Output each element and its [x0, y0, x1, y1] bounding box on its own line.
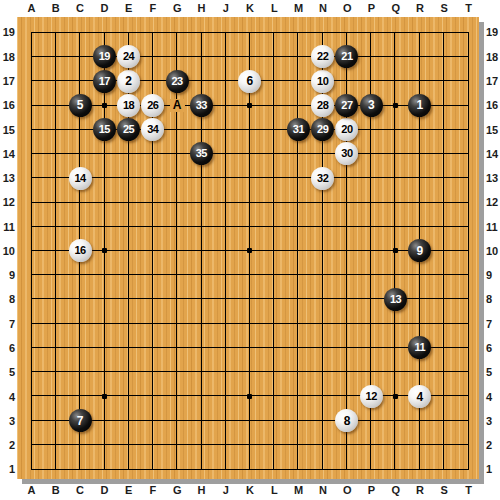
coord-label-top-C: C [68, 0, 92, 17]
coord-label-top-G: G [165, 0, 189, 17]
stone-move-number: 1 [416, 99, 423, 111]
coord-label-left-14: 14 [0, 142, 15, 166]
star-point-icon [102, 103, 107, 108]
star-point-D10 [92, 239, 116, 263]
coord-label-right-6: 6 [486, 336, 500, 360]
stone-move-number: 4 [416, 391, 423, 403]
intersection-N18: 22 [311, 45, 335, 69]
intersection-O16: 27 [335, 93, 359, 117]
stone-black-25: 25 [117, 118, 140, 141]
stone-move-number: 9 [416, 245, 423, 257]
intersection-K17: 6 [238, 69, 262, 93]
coord-label-top-N: N [311, 0, 335, 17]
intersection-F16: 26 [141, 93, 165, 117]
stone-move-number: 35 [196, 148, 207, 159]
coord-label-bottom-J: J [214, 482, 238, 499]
stone-white-20: 20 [335, 118, 358, 141]
star-point-D4 [92, 384, 116, 408]
coord-label-left-13: 13 [0, 166, 15, 190]
stone-white-30: 30 [335, 142, 358, 165]
stone-move-number: 21 [341, 51, 352, 62]
coord-label-left-6: 6 [0, 336, 15, 360]
coord-label-right-10: 10 [486, 239, 500, 263]
intersection-P4: 12 [359, 384, 383, 408]
intersection-N16: 28 [311, 93, 335, 117]
stone-move-number: 28 [317, 100, 328, 111]
stone-white-14: 14 [69, 167, 92, 190]
coord-label-right-16: 16 [486, 93, 500, 117]
intersection-P16: 3 [359, 93, 383, 117]
stone-white-6: 6 [238, 70, 261, 93]
stone-move-number: 3 [368, 99, 375, 111]
coord-label-top-T: T [456, 0, 480, 17]
stone-white-12: 12 [360, 385, 383, 408]
stone-black-19: 19 [93, 45, 116, 68]
coord-label-bottom-E: E [117, 482, 141, 499]
coord-label-left-12: 12 [0, 190, 15, 214]
star-point-icon [247, 394, 252, 399]
star-point-Q16 [383, 93, 407, 117]
intersection-C16: 5 [68, 93, 92, 117]
intersection-D15: 15 [92, 117, 116, 141]
stone-white-18: 18 [117, 94, 140, 117]
stone-white-26: 26 [141, 94, 164, 117]
coord-label-left-17: 17 [0, 69, 15, 93]
coord-label-left-9: 9 [0, 263, 15, 287]
stone-white-22: 22 [311, 45, 334, 68]
coord-label-top-S: S [432, 0, 456, 17]
coord-label-right-8: 8 [486, 287, 500, 311]
stone-white-34: 34 [141, 118, 164, 141]
stone-move-number: 2 [125, 75, 132, 87]
intersection-E15: 25 [116, 117, 140, 141]
intersection-Q8: 13 [383, 287, 407, 311]
coord-label-right-1: 1 [486, 457, 500, 481]
star-point-D16 [92, 93, 116, 117]
stone-move-number: 23 [171, 76, 182, 87]
stone-move-number: 12 [366, 391, 377, 402]
coord-label-right-17: 17 [486, 69, 500, 93]
coord-label-bottom-S: S [432, 482, 456, 499]
stone-black-21: 21 [335, 45, 358, 68]
stone-move-number: 31 [293, 124, 304, 135]
stone-white-2: 2 [117, 70, 140, 93]
coord-label-right-4: 4 [486, 385, 500, 409]
intersection-H16: 33 [189, 93, 213, 117]
stone-white-8: 8 [335, 409, 358, 432]
coord-label-bottom-D: D [92, 482, 116, 499]
star-point-icon [393, 248, 398, 253]
coord-label-left-5: 5 [0, 360, 15, 384]
stone-move-number: 30 [341, 148, 352, 159]
intersection-O3: 8 [335, 409, 359, 433]
coord-label-left-3: 3 [0, 409, 15, 433]
stone-black-3: 3 [360, 94, 383, 117]
intersection-O15: 20 [335, 117, 359, 141]
stone-black-7: 7 [69, 409, 92, 432]
coord-label-left-10: 10 [0, 239, 15, 263]
coord-label-top-F: F [141, 0, 165, 17]
stone-move-number: 8 [344, 415, 351, 427]
stone-move-number: 6 [247, 75, 254, 87]
intersection-O14: 30 [335, 142, 359, 166]
stone-move-number: 26 [147, 100, 158, 111]
coord-label-right-18: 18 [486, 45, 500, 69]
coord-label-right-14: 14 [486, 142, 500, 166]
intersection-C13: 14 [68, 166, 92, 190]
stone-move-number: 33 [196, 100, 207, 111]
board-annotation-A: A [170, 99, 185, 112]
coord-label-bottom-O: O [335, 482, 359, 499]
stone-move-number: 17 [99, 76, 110, 87]
coord-label-top-D: D [92, 0, 116, 17]
star-point-Q10 [383, 239, 407, 263]
stone-black-9: 9 [408, 239, 431, 262]
coord-label-right-15: 15 [486, 118, 500, 142]
coord-label-left-8: 8 [0, 287, 15, 311]
intersection-G17: 23 [165, 69, 189, 93]
coord-label-left-19: 19 [0, 20, 15, 44]
coord-label-left-1: 1 [0, 457, 15, 481]
intersection-E18: 24 [116, 45, 140, 69]
coord-label-bottom-Q: Q [384, 482, 408, 499]
stone-move-number: 29 [317, 124, 328, 135]
coord-label-left-18: 18 [0, 45, 15, 69]
stone-black-27: 27 [335, 94, 358, 117]
stone-move-number: 22 [317, 51, 328, 62]
stone-move-number: 24 [123, 51, 134, 62]
intersection-E16: 18 [116, 93, 140, 117]
stone-white-10: 10 [311, 70, 334, 93]
intersection-N15: 29 [311, 117, 335, 141]
stone-white-4: 4 [408, 385, 431, 408]
coord-label-left-11: 11 [0, 215, 15, 239]
coord-label-top-R: R [408, 0, 432, 17]
coord-label-bottom-K: K [238, 482, 262, 499]
stone-move-number: 32 [317, 173, 328, 184]
star-point-icon [247, 248, 252, 253]
coord-label-top-Q: Q [384, 0, 408, 17]
coord-label-right-9: 9 [486, 263, 500, 287]
coord-label-right-12: 12 [486, 190, 500, 214]
star-point-K16 [238, 93, 262, 117]
coord-label-bottom-R: R [408, 482, 432, 499]
coord-label-top-E: E [117, 0, 141, 17]
stone-move-number: 27 [341, 100, 352, 111]
coord-label-right-7: 7 [486, 312, 500, 336]
coord-label-bottom-L: L [262, 482, 286, 499]
coord-label-top-B: B [44, 0, 68, 17]
stone-black-1: 1 [408, 94, 431, 117]
star-point-icon [393, 394, 398, 399]
coord-label-right-11: 11 [486, 215, 500, 239]
star-point-icon [393, 103, 398, 108]
stone-move-number: 5 [77, 99, 84, 111]
stones-grid: 1234567891011121314151617181920212223242… [19, 20, 480, 481]
intersection-N13: 32 [311, 166, 335, 190]
stone-move-number: 19 [99, 51, 110, 62]
coord-label-top-H: H [189, 0, 213, 17]
stone-black-33: 33 [190, 94, 213, 117]
stone-black-11: 11 [408, 336, 431, 359]
star-point-K10 [238, 239, 262, 263]
coord-label-right-5: 5 [486, 360, 500, 384]
coord-label-right-3: 3 [486, 409, 500, 433]
coord-label-bottom-F: F [141, 482, 165, 499]
coord-label-top-A: A [19, 0, 43, 17]
coord-label-right-13: 13 [486, 166, 500, 190]
intersection-O18: 21 [335, 45, 359, 69]
intersection-R16: 1 [408, 93, 432, 117]
coord-label-bottom-P: P [359, 482, 383, 499]
stone-move-number: 13 [390, 294, 401, 305]
stone-black-5: 5 [69, 94, 92, 117]
coord-label-bottom-B: B [44, 482, 68, 499]
coord-label-bottom-G: G [165, 482, 189, 499]
coord-label-left-7: 7 [0, 312, 15, 336]
coord-label-bottom-C: C [68, 482, 92, 499]
coord-label-left-16: 16 [0, 93, 15, 117]
coord-label-right-19: 19 [486, 20, 500, 44]
coord-label-bottom-A: A [19, 482, 43, 499]
star-point-icon [247, 103, 252, 108]
stone-white-16: 16 [69, 239, 92, 262]
coord-label-left-4: 4 [0, 385, 15, 409]
coord-label-bottom-N: N [311, 482, 335, 499]
stone-move-number: 25 [123, 124, 134, 135]
intersection-D18: 19 [92, 45, 116, 69]
coord-label-bottom-H: H [189, 482, 213, 499]
stone-move-number: 18 [123, 100, 134, 111]
intersection-F15: 34 [141, 117, 165, 141]
stone-black-17: 17 [93, 70, 116, 93]
stone-move-number: 10 [317, 76, 328, 87]
coord-label-right-2: 2 [486, 433, 500, 457]
stone-move-number: 16 [74, 245, 85, 256]
intersection-C10: 16 [68, 239, 92, 263]
stone-move-number: 11 [414, 342, 425, 353]
coord-label-top-M: M [286, 0, 310, 17]
intersection-C3: 7 [68, 409, 92, 433]
coord-label-top-P: P [359, 0, 383, 17]
coord-label-top-K: K [238, 0, 262, 17]
star-point-icon [102, 394, 107, 399]
stone-white-32: 32 [311, 167, 334, 190]
coord-label-bottom-T: T [456, 482, 480, 499]
coord-label-top-O: O [335, 0, 359, 17]
intersection-H14: 35 [189, 142, 213, 166]
coord-label-left-15: 15 [0, 118, 15, 142]
coord-label-left-2: 2 [0, 433, 15, 457]
coord-label-top-J: J [214, 0, 238, 17]
stone-move-number: 7 [77, 415, 84, 427]
kifu-diagram-page: 1234567891011121314151617181920212223242… [0, 0, 500, 500]
stone-move-number: 20 [341, 124, 352, 135]
stone-black-31: 31 [287, 118, 310, 141]
intersection-G16: A [165, 93, 189, 117]
stone-move-number: 34 [147, 124, 158, 135]
intersection-D17: 17 [92, 69, 116, 93]
star-point-icon [102, 248, 107, 253]
stone-black-35: 35 [190, 142, 213, 165]
intersection-R10: 9 [408, 239, 432, 263]
go-board[interactable]: 1234567891011121314151617181920212223242… [17, 17, 479, 479]
stone-white-28: 28 [311, 94, 334, 117]
star-point-Q4 [383, 384, 407, 408]
star-point-K4 [238, 384, 262, 408]
stone-move-number: 14 [74, 173, 85, 184]
coord-label-bottom-M: M [286, 482, 310, 499]
intersection-R6: 11 [408, 336, 432, 360]
coord-label-top-L: L [262, 0, 286, 17]
stone-black-15: 15 [93, 118, 116, 141]
intersection-E17: 2 [116, 69, 140, 93]
stone-white-24: 24 [117, 45, 140, 68]
stone-black-29: 29 [311, 118, 334, 141]
stone-move-number: 15 [99, 124, 110, 135]
stone-black-23: 23 [166, 70, 189, 93]
stone-black-13: 13 [384, 288, 407, 311]
intersection-N17: 10 [311, 69, 335, 93]
intersection-R4: 4 [408, 384, 432, 408]
intersection-M15: 31 [286, 117, 310, 141]
